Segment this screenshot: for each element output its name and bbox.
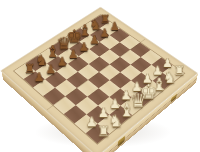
piece-white-rook: ♜ (164, 64, 195, 77)
chess-set-photo: ♜♞♝♛♚♝♞♜♟♟♟♟♟♟♟♟♟♟♟♟♟♟♟♟♜♞♝♛♚♝♞♜ (0, 0, 200, 152)
piece-white-knight: ♞ (153, 70, 185, 85)
piece-black-rook: ♜ (91, 13, 119, 25)
brass-hinge-icon (171, 94, 177, 102)
square-g5 (110, 42, 130, 57)
square-h1: ♜ (163, 65, 184, 81)
